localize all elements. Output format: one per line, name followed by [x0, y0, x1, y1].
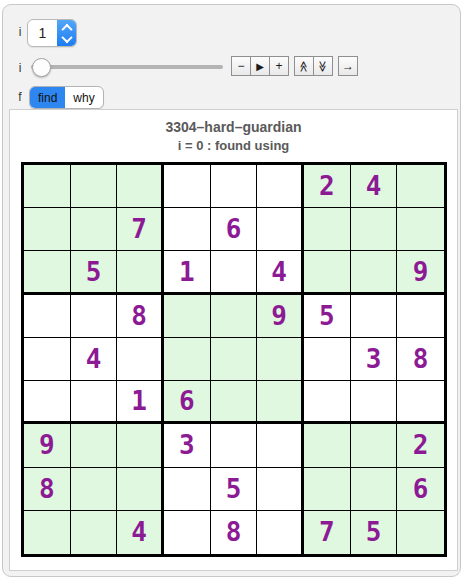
sudoku-cell: [24, 251, 71, 294]
sudoku-cell: [164, 295, 211, 338]
sudoku-cell: [397, 165, 444, 208]
sudoku-cell: 5: [304, 295, 351, 338]
sudoku-cell: [24, 165, 71, 208]
i-value-stepper[interactable]: 1: [27, 19, 77, 47]
sudoku-cell: [117, 165, 164, 208]
sudoku-cell: 6: [211, 208, 258, 251]
sudoku-cell: 4: [351, 165, 398, 208]
i-slider[interactable]: [31, 58, 223, 76]
stepper-arrows[interactable]: [57, 20, 76, 46]
sudoku-cell: [164, 511, 211, 554]
toggle-option-find[interactable]: find: [30, 87, 65, 108]
sudoku-cell: [257, 468, 304, 511]
sudoku-cell: [24, 511, 71, 554]
faster-button[interactable]: ≫: [294, 56, 314, 76]
sudoku-cell: [71, 381, 118, 424]
sudoku-cell: [351, 208, 398, 251]
sudoku-cell: [351, 424, 398, 467]
step-forward-button[interactable]: +: [269, 56, 289, 76]
double-chevron-down-icon: ≫: [316, 60, 329, 72]
sudoku-cell: [211, 424, 258, 467]
sudoku-cell: [24, 338, 71, 381]
slower-button[interactable]: ≫: [313, 56, 333, 76]
sudoku-cell: [71, 468, 118, 511]
sudoku-cell: 8: [117, 295, 164, 338]
sudoku-cell: 9: [257, 295, 304, 338]
sudoku-cell: 1: [117, 381, 164, 424]
sudoku-cell: [211, 338, 258, 381]
sudoku-cell: [257, 165, 304, 208]
f-toggle-group: find why: [29, 86, 104, 109]
double-chevron-up-icon: ≫: [297, 60, 310, 72]
sudoku-cell: [24, 208, 71, 251]
sudoku-grid: 24765149895438169328564875: [21, 162, 447, 557]
sudoku-cell: [71, 208, 118, 251]
play-icon: ▶: [256, 61, 264, 72]
sudoku-cell: [397, 381, 444, 424]
sudoku-cell: [304, 468, 351, 511]
toggle-option-why[interactable]: why: [65, 87, 102, 108]
sudoku-cell: [211, 381, 258, 424]
sudoku-cell: [397, 295, 444, 338]
sudoku-cell: [257, 511, 304, 554]
plus-icon: +: [275, 59, 282, 73]
puzzle-title: 3304–hard–guardian: [10, 119, 457, 135]
sudoku-cell: 5: [211, 468, 258, 511]
play-button[interactable]: ▶: [250, 56, 270, 76]
direction-button[interactable]: →: [338, 56, 358, 76]
sudoku-cell: 8: [24, 468, 71, 511]
sudoku-cell: 9: [24, 424, 71, 467]
sudoku-cell: [304, 338, 351, 381]
sudoku-cell: [211, 165, 258, 208]
sudoku-cell: [257, 424, 304, 467]
slider-thumb[interactable]: [32, 58, 51, 77]
slider-track[interactable]: [31, 65, 223, 69]
sudoku-cell: [24, 295, 71, 338]
right-arrow-icon: →: [342, 59, 354, 73]
sudoku-cell: 6: [397, 468, 444, 511]
sudoku-cell: [164, 468, 211, 511]
sudoku-cell: 9: [397, 251, 444, 294]
sudoku-cell: [304, 381, 351, 424]
sudoku-cell: 4: [117, 511, 164, 554]
sudoku-cell: [351, 295, 398, 338]
sudoku-cell: [117, 468, 164, 511]
puzzle-subtitle: i = 0 : found using: [10, 138, 457, 153]
sudoku-cell: [164, 338, 211, 381]
sudoku-cell: 2: [397, 424, 444, 467]
sudoku-cell: [211, 295, 258, 338]
sudoku-cell: 4: [71, 338, 118, 381]
stepper-label: i: [15, 25, 25, 39]
sudoku-cell: [71, 424, 118, 467]
sudoku-cell: [71, 295, 118, 338]
sudoku-cell: 2: [304, 165, 351, 208]
animation-controls: − ▶ + ≫ ≫ →: [231, 56, 358, 76]
sudoku-cell: [71, 165, 118, 208]
sudoku-cell: 5: [71, 251, 118, 294]
sudoku-cell: [71, 511, 118, 554]
sudoku-cell: 7: [304, 511, 351, 554]
sudoku-cell: [117, 338, 164, 381]
step-back-button[interactable]: −: [231, 56, 251, 76]
sudoku-cell: [304, 208, 351, 251]
sudoku-cell: [351, 381, 398, 424]
sudoku-cell: [257, 208, 304, 251]
sudoku-cell: [211, 251, 258, 294]
toggle-label: f: [15, 90, 25, 104]
sudoku-cell: [304, 251, 351, 294]
sudoku-cell: [304, 424, 351, 467]
sudoku-cell: [117, 424, 164, 467]
slider-label: i: [15, 61, 25, 75]
sudoku-cell: 6: [164, 381, 211, 424]
manipulate-widget-page: i 1 i − ▶ + ≫ ≫ →: [0, 0, 465, 581]
chevron-down-icon[interactable]: [61, 31, 72, 42]
stepper-value: 1: [28, 20, 57, 46]
sudoku-cell: [257, 381, 304, 424]
sudoku-cell: 3: [164, 424, 211, 467]
sudoku-cell: 1: [164, 251, 211, 294]
sudoku-cell: 8: [211, 511, 258, 554]
sudoku-cell: 7: [117, 208, 164, 251]
sudoku-cell: 3: [351, 338, 398, 381]
sudoku-cell: 4: [257, 251, 304, 294]
sudoku-cell: [24, 381, 71, 424]
manipulate-frame: i 1 i − ▶ + ≫ ≫ →: [2, 4, 461, 577]
sudoku-cell: [257, 338, 304, 381]
sudoku-cell: [351, 251, 398, 294]
sudoku-cell: [164, 208, 211, 251]
sudoku-cell: [397, 208, 444, 251]
output-panel: 3304–hard–guardian i = 0 : found using 2…: [9, 109, 458, 571]
sudoku-cell: 8: [397, 338, 444, 381]
minus-icon: −: [237, 59, 244, 73]
sudoku-cell: [397, 511, 444, 554]
sudoku-cell: [117, 251, 164, 294]
sudoku-cell: [164, 165, 211, 208]
sudoku-cell: [351, 468, 398, 511]
sudoku-cell: 5: [351, 511, 398, 554]
